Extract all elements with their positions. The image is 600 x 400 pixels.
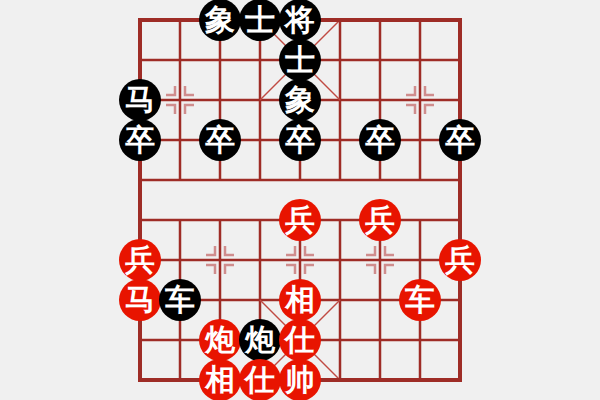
piece-black-advisor[interactable]: 士 <box>279 39 321 81</box>
point-f7-r4[interactable] <box>400 160 440 200</box>
point-f4-r9[interactable]: 帅 <box>280 360 320 400</box>
point-f7-r3[interactable] <box>400 120 440 160</box>
point-f3-r8[interactable]: 炮 <box>240 320 280 360</box>
point-f3-r7[interactable] <box>240 280 280 320</box>
point-f7-r1[interactable] <box>400 40 440 80</box>
piece-black-cannon[interactable]: 炮 <box>239 319 281 361</box>
piece-black-soldier[interactable]: 卒 <box>439 119 481 161</box>
point-f8-r8[interactable] <box>440 320 480 360</box>
point-f1-r7[interactable]: 车 <box>160 280 200 320</box>
point-f1-r1[interactable] <box>160 40 200 80</box>
point-f4-r2[interactable]: 象 <box>280 80 320 120</box>
point-f2-r4[interactable] <box>200 160 240 200</box>
point-f4-r8[interactable]: 仕 <box>280 320 320 360</box>
point-f1-r2[interactable] <box>160 80 200 120</box>
point-f3-r4[interactable] <box>240 160 280 200</box>
point-f4-r4[interactable] <box>280 160 320 200</box>
point-f8-r3[interactable]: 卒 <box>440 120 480 160</box>
piece-black-soldier[interactable]: 卒 <box>199 119 241 161</box>
point-f2-r9[interactable]: 相 <box>200 360 240 400</box>
point-f3-r0[interactable]: 士 <box>240 0 280 40</box>
point-f6-r4[interactable] <box>360 160 400 200</box>
piece-black-elephant[interactable]: 象 <box>279 79 321 121</box>
point-f5-r8[interactable] <box>320 320 360 360</box>
piece-red-elephant[interactable]: 相 <box>279 279 321 321</box>
piece-red-cannon[interactable]: 炮 <box>199 319 241 361</box>
point-f3-r3[interactable] <box>240 120 280 160</box>
point-f2-r0[interactable]: 象 <box>200 0 240 40</box>
point-f0-r8[interactable] <box>120 320 160 360</box>
point-f1-r6[interactable] <box>160 240 200 280</box>
piece-black-horse[interactable]: 马 <box>119 79 161 121</box>
point-f3-r9[interactable]: 仕 <box>240 360 280 400</box>
piece-red-soldier[interactable]: 兵 <box>279 199 321 241</box>
point-f0-r7[interactable]: 马 <box>120 280 160 320</box>
point-f6-r2[interactable] <box>360 80 400 120</box>
point-f0-r9[interactable] <box>120 360 160 400</box>
point-f0-r2[interactable]: 马 <box>120 80 160 120</box>
point-f7-r6[interactable] <box>400 240 440 280</box>
point-f7-r2[interactable] <box>400 80 440 120</box>
point-f2-r5[interactable] <box>200 200 240 240</box>
point-f2-r3[interactable]: 卒 <box>200 120 240 160</box>
point-f5-r0[interactable] <box>320 0 360 40</box>
piece-red-horse[interactable]: 马 <box>119 279 161 321</box>
point-f0-r1[interactable] <box>120 40 160 80</box>
piece-red-soldier[interactable]: 兵 <box>359 199 401 241</box>
point-f6-r6[interactable] <box>360 240 400 280</box>
point-f5-r2[interactable] <box>320 80 360 120</box>
point-f7-r7[interactable]: 车 <box>400 280 440 320</box>
point-f7-r5[interactable] <box>400 200 440 240</box>
point-f7-r0[interactable] <box>400 0 440 40</box>
piece-black-soldier[interactable]: 卒 <box>279 119 321 161</box>
point-f5-r4[interactable] <box>320 160 360 200</box>
point-f5-r7[interactable] <box>320 280 360 320</box>
point-f2-r6[interactable] <box>200 240 240 280</box>
point-f1-r0[interactable] <box>160 0 200 40</box>
piece-red-soldier[interactable]: 兵 <box>439 239 481 281</box>
point-f2-r1[interactable] <box>200 40 240 80</box>
point-f2-r7[interactable] <box>200 280 240 320</box>
point-f6-r3[interactable]: 卒 <box>360 120 400 160</box>
point-f8-r5[interactable] <box>440 200 480 240</box>
point-f3-r5[interactable] <box>240 200 280 240</box>
point-f4-r0[interactable]: 将 <box>280 0 320 40</box>
point-f5-r6[interactable] <box>320 240 360 280</box>
point-f8-r7[interactable] <box>440 280 480 320</box>
piece-red-advisor[interactable]: 仕 <box>279 319 321 361</box>
point-f6-r8[interactable] <box>360 320 400 360</box>
point-f6-r0[interactable] <box>360 0 400 40</box>
piece-black-elephant[interactable]: 象 <box>199 0 241 41</box>
point-f6-r9[interactable] <box>360 360 400 400</box>
point-f6-r1[interactable] <box>360 40 400 80</box>
piece-black-chariot[interactable]: 车 <box>159 279 201 321</box>
piece-red-advisor[interactable]: 仕 <box>239 359 281 400</box>
point-f3-r1[interactable] <box>240 40 280 80</box>
point-f4-r3[interactable]: 卒 <box>280 120 320 160</box>
board-points: 象士将士马象卒卒卒卒卒兵兵兵兵马车相车炮炮仕相仕帅 <box>120 0 480 400</box>
point-f1-r5[interactable] <box>160 200 200 240</box>
point-f0-r3[interactable]: 卒 <box>120 120 160 160</box>
piece-black-advisor[interactable]: 士 <box>239 0 281 41</box>
point-f0-r0[interactable] <box>120 0 160 40</box>
piece-red-soldier[interactable]: 兵 <box>119 239 161 281</box>
point-f0-r4[interactable] <box>120 160 160 200</box>
point-f3-r6[interactable] <box>240 240 280 280</box>
piece-black-soldier[interactable]: 卒 <box>359 119 401 161</box>
piece-black-soldier[interactable]: 卒 <box>119 119 161 161</box>
xiangqi-board: 象士将士马象卒卒卒卒卒兵兵兵兵马车相车炮炮仕相仕帅 <box>0 0 600 400</box>
point-f7-r9[interactable] <box>400 360 440 400</box>
point-f5-r1[interactable] <box>320 40 360 80</box>
point-f4-r6[interactable] <box>280 240 320 280</box>
point-f5-r5[interactable] <box>320 200 360 240</box>
piece-red-elephant[interactable]: 相 <box>199 359 241 400</box>
piece-red-general[interactable]: 帅 <box>279 359 321 400</box>
point-f6-r7[interactable] <box>360 280 400 320</box>
point-f7-r8[interactable] <box>400 320 440 360</box>
point-f8-r4[interactable] <box>440 160 480 200</box>
piece-red-chariot[interactable]: 车 <box>399 279 441 321</box>
point-f2-r2[interactable] <box>200 80 240 120</box>
point-f8-r9[interactable] <box>440 360 480 400</box>
point-f6-r5[interactable]: 兵 <box>360 200 400 240</box>
point-f4-r5[interactable]: 兵 <box>280 200 320 240</box>
point-f8-r2[interactable] <box>440 80 480 120</box>
point-f8-r6[interactable]: 兵 <box>440 240 480 280</box>
point-f3-r2[interactable] <box>240 80 280 120</box>
point-f8-r0[interactable] <box>440 0 480 40</box>
point-f5-r3[interactable] <box>320 120 360 160</box>
point-f1-r8[interactable] <box>160 320 200 360</box>
point-f5-r9[interactable] <box>320 360 360 400</box>
point-f4-r7[interactable]: 相 <box>280 280 320 320</box>
point-f1-r9[interactable] <box>160 360 200 400</box>
point-f8-r1[interactable] <box>440 40 480 80</box>
point-f4-r1[interactable]: 士 <box>280 40 320 80</box>
point-f0-r6[interactable]: 兵 <box>120 240 160 280</box>
point-f2-r8[interactable]: 炮 <box>200 320 240 360</box>
point-f0-r5[interactable] <box>120 200 160 240</box>
point-f1-r3[interactable] <box>160 120 200 160</box>
point-f1-r4[interactable] <box>160 160 200 200</box>
piece-black-general[interactable]: 将 <box>279 0 321 41</box>
